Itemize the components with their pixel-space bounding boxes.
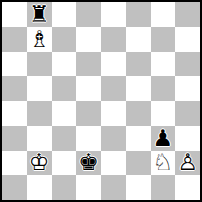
square-h2[interactable]: ♟♙ (175, 151, 200, 176)
square-b1[interactable] (27, 175, 52, 200)
square-f4[interactable] (126, 101, 151, 126)
square-e4[interactable] (101, 101, 126, 126)
square-d3[interactable] (76, 126, 101, 151)
square-c6[interactable] (52, 52, 77, 77)
piece-white-king[interactable]: ♚♔ (29, 151, 50, 174)
square-b3[interactable] (27, 126, 52, 151)
square-c1[interactable] (52, 175, 77, 200)
square-g3[interactable]: ♟ (151, 126, 176, 151)
square-g2[interactable]: ♞♘ (151, 151, 176, 176)
square-b5[interactable] (27, 76, 52, 101)
square-g4[interactable] (151, 101, 176, 126)
square-g5[interactable] (151, 76, 176, 101)
chess-diagram: ♜♝♗♟♚♔♚♞♘♟♙ (0, 0, 202, 202)
square-b2[interactable]: ♚♔ (27, 151, 52, 176)
square-a4[interactable] (2, 101, 27, 126)
piece-black-pawn[interactable]: ♟ (153, 127, 174, 150)
square-e5[interactable] (101, 76, 126, 101)
square-h1[interactable] (175, 175, 200, 200)
square-b8[interactable]: ♜ (27, 2, 52, 27)
square-a2[interactable] (2, 151, 27, 176)
square-g8[interactable] (151, 2, 176, 27)
piece-white-knight[interactable]: ♞♘ (153, 151, 174, 174)
square-f8[interactable] (126, 2, 151, 27)
square-f2[interactable] (126, 151, 151, 176)
square-f6[interactable] (126, 52, 151, 77)
square-h6[interactable] (175, 52, 200, 77)
square-d6[interactable] (76, 52, 101, 77)
square-g7[interactable] (151, 27, 176, 52)
square-e7[interactable] (101, 27, 126, 52)
square-d4[interactable] (76, 101, 101, 126)
piece-black-rook[interactable]: ♜ (29, 3, 50, 26)
white-king-outline-glyph: ♔ (29, 151, 50, 176)
square-b4[interactable] (27, 101, 52, 126)
square-e6[interactable] (101, 52, 126, 77)
square-d1[interactable] (76, 175, 101, 200)
piece-white-pawn[interactable]: ♟♙ (177, 151, 198, 174)
square-c2[interactable] (52, 151, 77, 176)
square-f3[interactable] (126, 126, 151, 151)
white-pawn-outline-glyph: ♙ (177, 151, 198, 176)
square-e3[interactable] (101, 126, 126, 151)
square-g1[interactable] (151, 175, 176, 200)
chessboard: ♜♝♗♟♚♔♚♞♘♟♙ (0, 0, 202, 202)
square-h8[interactable] (175, 2, 200, 27)
square-c8[interactable] (52, 2, 77, 27)
square-d2[interactable]: ♚ (76, 151, 101, 176)
piece-black-king[interactable]: ♚ (78, 151, 99, 174)
square-h4[interactable] (175, 101, 200, 126)
square-e2[interactable] (101, 151, 126, 176)
white-knight-outline-glyph: ♘ (153, 151, 174, 176)
square-a3[interactable] (2, 126, 27, 151)
square-f5[interactable] (126, 76, 151, 101)
square-g6[interactable] (151, 52, 176, 77)
square-c5[interactable] (52, 76, 77, 101)
square-b6[interactable] (27, 52, 52, 77)
square-a8[interactable] (2, 2, 27, 27)
square-d8[interactable] (76, 2, 101, 27)
square-a1[interactable] (2, 175, 27, 200)
piece-white-bishop[interactable]: ♝♗ (29, 28, 50, 51)
square-h3[interactable] (175, 126, 200, 151)
square-c3[interactable] (52, 126, 77, 151)
square-c4[interactable] (52, 101, 77, 126)
square-h7[interactable] (175, 27, 200, 52)
square-e1[interactable] (101, 175, 126, 200)
square-d5[interactable] (76, 76, 101, 101)
square-a7[interactable] (2, 27, 27, 52)
square-b7[interactable]: ♝♗ (27, 27, 52, 52)
square-e8[interactable] (101, 2, 126, 27)
square-d7[interactable] (76, 27, 101, 52)
square-a6[interactable] (2, 52, 27, 77)
square-c7[interactable] (52, 27, 77, 52)
square-a5[interactable] (2, 76, 27, 101)
white-bishop-outline-glyph: ♗ (29, 27, 50, 52)
square-f1[interactable] (126, 175, 151, 200)
square-f7[interactable] (126, 27, 151, 52)
square-h5[interactable] (175, 76, 200, 101)
